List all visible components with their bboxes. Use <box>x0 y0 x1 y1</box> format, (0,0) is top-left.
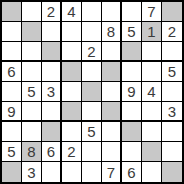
cell-r1c8[interactable]: 7 <box>142 2 162 22</box>
cell-r5c2[interactable]: 5 <box>22 82 42 102</box>
cell-r9c2[interactable]: 3 <box>22 162 42 182</box>
cell-r6c9[interactable]: 3 <box>162 102 182 122</box>
cell-r7c2[interactable] <box>22 122 42 142</box>
cell-r3c5[interactable]: 2 <box>82 42 102 62</box>
cell-r6c2[interactable] <box>22 102 42 122</box>
cell-r3c1[interactable] <box>2 42 22 62</box>
cell-r5c5[interactable] <box>82 82 102 102</box>
cell-r8c8[interactable] <box>142 142 162 162</box>
cell-r5c9[interactable] <box>162 82 182 102</box>
cell-r7c9[interactable] <box>162 122 182 142</box>
cell-r9c7[interactable]: 6 <box>122 162 142 182</box>
cell-r7c6[interactable] <box>102 122 122 142</box>
cell-r3c8[interactable] <box>142 42 162 62</box>
cell-r4c1[interactable]: 6 <box>2 62 22 82</box>
cell-r8c2[interactable]: 8 <box>22 142 42 162</box>
cell-r2c2[interactable] <box>22 22 42 42</box>
cell-r9c5[interactable] <box>82 162 102 182</box>
cell-r6c1[interactable]: 9 <box>2 102 22 122</box>
cell-r4c7[interactable] <box>122 62 142 82</box>
cell-r6c5[interactable] <box>82 102 102 122</box>
cell-r9c3[interactable] <box>42 162 62 182</box>
cell-r1c6[interactable] <box>102 2 122 22</box>
cell-r9c9[interactable] <box>162 162 182 182</box>
cell-r4c9[interactable]: 5 <box>162 62 182 82</box>
cell-r5c1[interactable] <box>2 82 22 102</box>
cell-r2c8[interactable]: 1 <box>142 22 162 42</box>
cell-r8c6[interactable] <box>102 142 122 162</box>
cell-r3c7[interactable] <box>122 42 142 62</box>
cell-r7c4[interactable] <box>62 122 82 142</box>
cell-r8c1[interactable]: 5 <box>2 142 22 162</box>
cell-r3c6[interactable] <box>102 42 122 62</box>
cell-r5c4[interactable] <box>62 82 82 102</box>
cell-r9c4[interactable] <box>62 162 82 182</box>
cell-r6c3[interactable] <box>42 102 62 122</box>
cell-r6c7[interactable] <box>122 102 142 122</box>
cell-r1c2[interactable] <box>22 2 42 22</box>
cell-r6c4[interactable] <box>62 102 82 122</box>
cell-r4c6[interactable] <box>102 62 122 82</box>
cell-r9c1[interactable] <box>2 162 22 182</box>
cell-r1c1[interactable] <box>2 2 22 22</box>
cell-r3c9[interactable] <box>162 42 182 62</box>
cell-r5c7[interactable]: 9 <box>122 82 142 102</box>
cell-r4c2[interactable] <box>22 62 42 82</box>
sudoku-board: 247851226553949355862376 <box>0 0 184 184</box>
cell-r2c1[interactable] <box>2 22 22 42</box>
cell-r8c3[interactable]: 6 <box>42 142 62 162</box>
cell-r6c6[interactable] <box>102 102 122 122</box>
cell-r1c7[interactable] <box>122 2 142 22</box>
cell-r5c3[interactable]: 3 <box>42 82 62 102</box>
cell-r3c4[interactable] <box>62 42 82 62</box>
cell-r7c1[interactable] <box>2 122 22 142</box>
cell-r7c8[interactable] <box>142 122 162 142</box>
cell-r9c6[interactable]: 7 <box>102 162 122 182</box>
cell-r7c5[interactable]: 5 <box>82 122 102 142</box>
cell-r8c9[interactable] <box>162 142 182 162</box>
cell-r1c5[interactable] <box>82 2 102 22</box>
cell-r8c7[interactable] <box>122 142 142 162</box>
cell-r4c5[interactable] <box>82 62 102 82</box>
cell-r2c9[interactable]: 2 <box>162 22 182 42</box>
cell-r1c4[interactable]: 4 <box>62 2 82 22</box>
cell-r1c9[interactable] <box>162 2 182 22</box>
cell-r9c8[interactable] <box>142 162 162 182</box>
cell-r4c4[interactable] <box>62 62 82 82</box>
cell-r7c7[interactable] <box>122 122 142 142</box>
cell-r2c4[interactable] <box>62 22 82 42</box>
cell-r8c4[interactable]: 2 <box>62 142 82 162</box>
cell-r5c6[interactable] <box>102 82 122 102</box>
cell-r3c2[interactable] <box>22 42 42 62</box>
cell-r2c7[interactable]: 5 <box>122 22 142 42</box>
cell-r1c3[interactable]: 2 <box>42 2 62 22</box>
cell-r3c3[interactable] <box>42 42 62 62</box>
cell-r2c6[interactable]: 8 <box>102 22 122 42</box>
cell-r7c3[interactable] <box>42 122 62 142</box>
cell-r4c3[interactable] <box>42 62 62 82</box>
cell-r2c5[interactable] <box>82 22 102 42</box>
cell-r2c3[interactable] <box>42 22 62 42</box>
cell-r8c5[interactable] <box>82 142 102 162</box>
cell-r4c8[interactable] <box>142 62 162 82</box>
cell-r6c8[interactable] <box>142 102 162 122</box>
cell-r5c8[interactable]: 4 <box>142 82 162 102</box>
